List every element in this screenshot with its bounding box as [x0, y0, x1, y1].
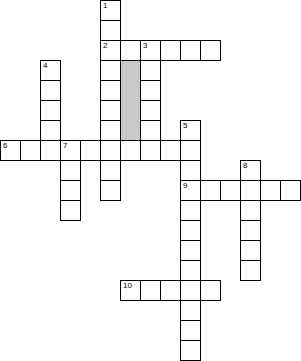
clue-number: 7 [63, 141, 67, 150]
cell[interactable] [260, 180, 281, 201]
cell[interactable] [100, 100, 121, 121]
cell[interactable]: 8 [240, 160, 261, 181]
cell[interactable] [180, 140, 201, 161]
clue-number: 10 [123, 281, 132, 290]
cell[interactable] [140, 100, 161, 121]
cell[interactable] [180, 340, 201, 361]
cell[interactable] [200, 180, 221, 201]
cell[interactable]: 4 [40, 60, 61, 81]
cell[interactable] [60, 180, 81, 201]
cell[interactable] [120, 40, 141, 61]
cell[interactable] [180, 300, 201, 321]
cell[interactable] [100, 180, 121, 201]
cell[interactable] [200, 40, 221, 61]
cell[interactable] [140, 80, 161, 101]
cell[interactable] [240, 260, 261, 281]
clue-number: 3 [143, 41, 147, 50]
clue-number: 6 [3, 141, 7, 150]
cell[interactable] [100, 80, 121, 101]
cell[interactable] [40, 100, 61, 121]
clue-number: 9 [183, 181, 187, 190]
cell[interactable] [80, 140, 101, 161]
clue-number: 1 [103, 1, 107, 10]
cell[interactable] [240, 220, 261, 241]
cell[interactable]: 2 [100, 40, 121, 61]
cell[interactable] [180, 160, 201, 181]
highlighted-word-slot[interactable] [120, 60, 141, 141]
cell[interactable] [280, 180, 301, 201]
cell[interactable] [180, 200, 201, 221]
cell[interactable] [180, 220, 201, 241]
cell[interactable]: 6 [0, 140, 21, 161]
cell[interactable] [20, 140, 41, 161]
cell[interactable] [40, 140, 61, 161]
cell[interactable]: 1 [100, 0, 121, 21]
clue-number: 2 [103, 41, 107, 50]
cell[interactable] [180, 240, 201, 261]
cell[interactable]: 7 [60, 140, 81, 161]
cell[interactable]: 10 [120, 280, 141, 301]
cell[interactable] [180, 320, 201, 341]
cell[interactable] [140, 140, 161, 161]
cell[interactable] [100, 60, 121, 81]
cell[interactable] [240, 240, 261, 261]
cell[interactable] [160, 40, 181, 61]
cell[interactable] [60, 200, 81, 221]
cell[interactable]: 5 [180, 120, 201, 141]
crossword-board: 12345678910 [0, 0, 301, 361]
cell[interactable] [140, 120, 161, 141]
cell[interactable] [100, 160, 121, 181]
cell[interactable] [160, 140, 181, 161]
cell[interactable] [180, 40, 201, 61]
cell[interactable] [240, 200, 261, 221]
clue-number: 5 [183, 121, 187, 130]
cell[interactable] [100, 140, 121, 161]
clue-number: 8 [243, 161, 247, 170]
cell[interactable] [180, 280, 201, 301]
cell[interactable] [40, 120, 61, 141]
cell[interactable] [40, 80, 61, 101]
cell[interactable] [100, 20, 121, 41]
cell[interactable] [240, 180, 261, 201]
cell[interactable] [140, 60, 161, 81]
cell[interactable] [180, 260, 201, 281]
cell[interactable] [140, 280, 161, 301]
cell[interactable] [160, 280, 181, 301]
cell[interactable] [120, 140, 141, 161]
cell[interactable]: 9 [180, 180, 201, 201]
cell[interactable] [200, 280, 221, 301]
crossword-page: 12345678910 [0, 0, 301, 361]
cell[interactable] [60, 160, 81, 181]
cell[interactable]: 3 [140, 40, 161, 61]
cell[interactable] [220, 180, 241, 201]
cell[interactable] [100, 120, 121, 141]
clue-number: 4 [43, 61, 47, 70]
